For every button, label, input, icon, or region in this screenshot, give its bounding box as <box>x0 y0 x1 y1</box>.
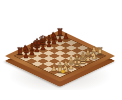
brass-latch <box>61 70 65 73</box>
chess-set-photo: ♜♞♝♛♚♝♞♜♟♟♟♟♟♟♟♟♟♟♟♟♟♟♟♟♜♞♝♛♚♝♞♜ <box>0 0 122 100</box>
